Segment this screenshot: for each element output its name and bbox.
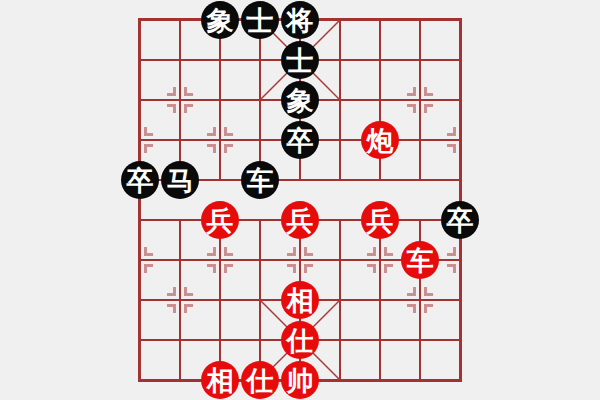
piece-red-elephant[interactable]: 相 <box>281 281 319 319</box>
piece-black-elephant[interactable]: 象 <box>281 81 319 119</box>
piece-red-soldier[interactable]: 兵 <box>201 201 239 239</box>
piece-black-general[interactable]: 将 <box>281 1 319 39</box>
piece-black-horse[interactable]: 马 <box>161 161 199 199</box>
piece-black-chariot[interactable]: 车 <box>241 161 279 199</box>
piece-black-soldier[interactable]: 卒 <box>441 201 479 239</box>
piece-red-cannon[interactable]: 炮 <box>361 121 399 159</box>
piece-black-elephant[interactable]: 象 <box>201 1 239 39</box>
piece-red-advisor[interactable]: 仕 <box>241 361 279 399</box>
piece-red-chariot[interactable]: 车 <box>401 241 439 279</box>
xiangqi-app-background: 象士将士象卒炮卒马车兵兵兵卒车相仕相仕帅 <box>0 0 600 400</box>
piece-red-general[interactable]: 帅 <box>281 361 319 399</box>
piece-red-soldier[interactable]: 兵 <box>361 201 399 239</box>
piece-black-advisor[interactable]: 士 <box>241 1 279 39</box>
piece-black-advisor[interactable]: 士 <box>281 41 319 79</box>
xiangqi-board: 象士将士象卒炮卒马车兵兵兵卒车相仕相仕帅 <box>140 20 460 380</box>
piece-black-soldier[interactable]: 卒 <box>281 121 319 159</box>
piece-red-elephant[interactable]: 相 <box>201 361 239 399</box>
piece-black-soldier[interactable]: 卒 <box>121 161 159 199</box>
piece-red-soldier[interactable]: 兵 <box>281 201 319 239</box>
piece-red-advisor[interactable]: 仕 <box>281 321 319 359</box>
